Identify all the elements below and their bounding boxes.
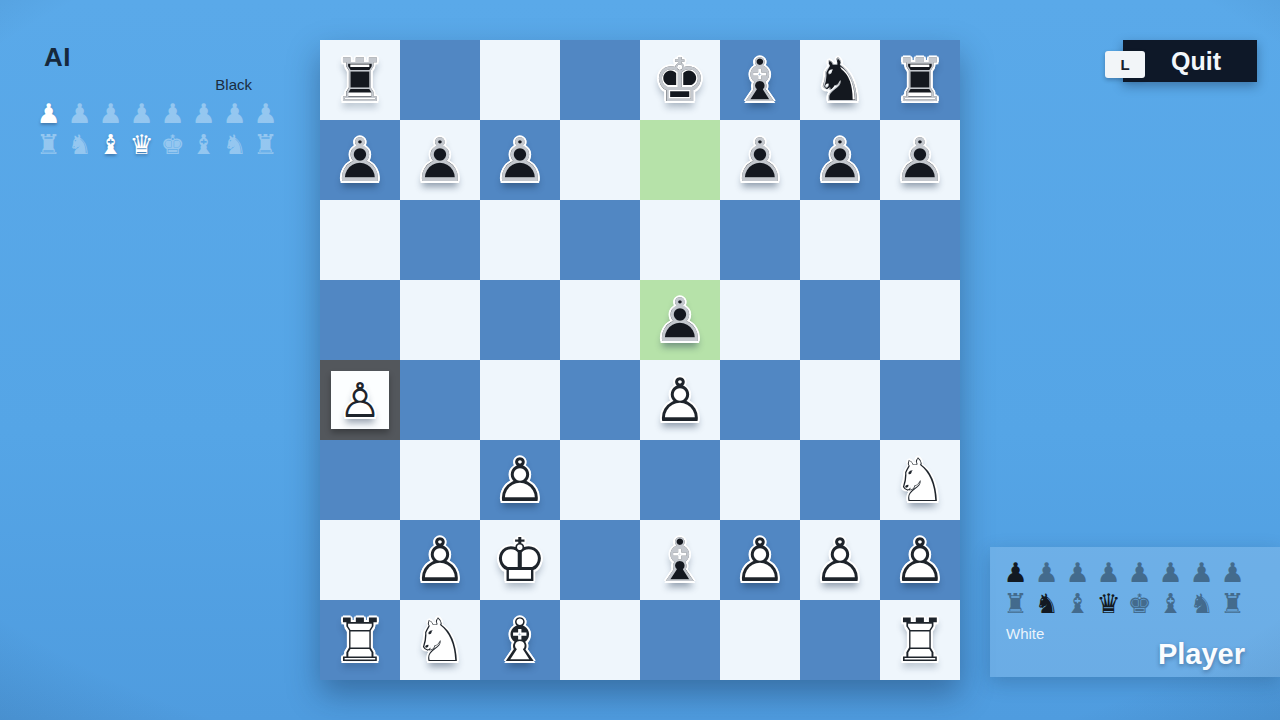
square-d6[interactable]: [560, 200, 640, 280]
black-pawn-tray-icon: ♟: [1062, 557, 1093, 588]
black-pawn-tray-icon: ♟: [1031, 557, 1062, 588]
square-f4[interactable]: [720, 360, 800, 440]
black-knight-tray-icon: ♞: [1186, 588, 1217, 619]
white-pawn-tray-icon: ♟: [219, 98, 250, 129]
square-h5[interactable]: [880, 280, 960, 360]
tray-row: ♜♞♝♛♚♝♞♜: [1000, 588, 1248, 619]
white-pawn: ♟♙: [720, 520, 800, 600]
square-b6[interactable]: [400, 200, 480, 280]
square-e8[interactable]: ♚♔: [640, 40, 720, 120]
player-name: Player: [1158, 638, 1245, 671]
black-rook-tray-icon: ♜: [1000, 588, 1031, 619]
white-pawn: ♟♙: [320, 360, 400, 440]
white-rook-tray-icon: ♜: [250, 129, 281, 160]
tray-row: ♜♞♝♛♚♝♞♜: [33, 129, 281, 160]
black-pawn-tray-icon: ♟: [1217, 557, 1248, 588]
square-g2[interactable]: ♟♙: [800, 520, 880, 600]
square-b1[interactable]: ♞♘: [400, 600, 480, 680]
black-pawn-tray-icon: ♟: [1000, 557, 1031, 588]
square-f2[interactable]: ♟♙: [720, 520, 800, 600]
square-f3[interactable]: [720, 440, 800, 520]
square-h8[interactable]: ♜♖: [880, 40, 960, 120]
square-f7[interactable]: ♟♙: [720, 120, 800, 200]
square-e5[interactable]: ♟♙: [640, 280, 720, 360]
square-b5[interactable]: [400, 280, 480, 360]
white-pawn: ♟♙: [880, 520, 960, 600]
square-h2[interactable]: ♟♙: [880, 520, 960, 600]
white-pawn: ♟♙: [400, 520, 480, 600]
white-queen-tray-icon: ♛: [126, 129, 157, 160]
square-e1[interactable]: [640, 600, 720, 680]
tray-row: ♟♟♟♟♟♟♟♟: [1000, 557, 1248, 588]
square-g7[interactable]: ♟♙: [800, 120, 880, 200]
black-pawn: ♟♙: [640, 280, 720, 360]
white-pawn-tray-icon: ♟: [126, 98, 157, 129]
square-d4[interactable]: [560, 360, 640, 440]
square-b8[interactable]: [400, 40, 480, 120]
square-a2[interactable]: [320, 520, 400, 600]
black-rook-tray-icon: ♜: [1217, 588, 1248, 619]
white-pawn-tray-icon: ♟: [64, 98, 95, 129]
square-f1[interactable]: [720, 600, 800, 680]
square-h4[interactable]: [880, 360, 960, 440]
square-a4[interactable]: ♟♙: [320, 360, 400, 440]
square-c4[interactable]: [480, 360, 560, 440]
white-pawn-tray-icon: ♟: [188, 98, 219, 129]
square-h6[interactable]: [880, 200, 960, 280]
square-a8[interactable]: ♜♖: [320, 40, 400, 120]
square-c8[interactable]: [480, 40, 560, 120]
quit-label: Quit: [1171, 40, 1251, 82]
square-e3[interactable]: [640, 440, 720, 520]
white-pawn: ♟♙: [480, 440, 560, 520]
square-g3[interactable]: [800, 440, 880, 520]
white-knight: ♞♘: [880, 440, 960, 520]
square-g1[interactable]: [800, 600, 880, 680]
square-a3[interactable]: [320, 440, 400, 520]
chess-board: ♜♖♚♔♝♗♞♘♜♖♟♙♟♙♟♙♟♙♟♙♟♙♟♙♟♙♟♙♟♙♞♘♟♙♚♔♝♗♟♙…: [320, 40, 960, 680]
opponent-side-label: Black: [146, 76, 252, 93]
square-b4[interactable]: [400, 360, 480, 440]
black-knight-tray-icon: ♞: [1031, 588, 1062, 619]
white-knight-tray-icon: ♞: [219, 129, 250, 160]
square-c7[interactable]: ♟♙: [480, 120, 560, 200]
black-queen-tray-icon: ♛: [1093, 588, 1124, 619]
square-b7[interactable]: ♟♙: [400, 120, 480, 200]
square-h3[interactable]: ♞♘: [880, 440, 960, 520]
square-e2[interactable]: ♝♗: [640, 520, 720, 600]
square-c5[interactable]: [480, 280, 560, 360]
square-c1[interactable]: ♝♗: [480, 600, 560, 680]
app-background: AI Black ♟♟♟♟♟♟♟♟♜♞♝♛♚♝♞♜ L Quit ♜♖♚♔♝♗♞…: [0, 0, 1280, 720]
square-a7[interactable]: ♟♙: [320, 120, 400, 200]
black-rook: ♜♖: [320, 40, 400, 120]
white-pawn-tray-icon: ♟: [33, 98, 64, 129]
captured-tray-white-pieces: ♟♟♟♟♟♟♟♟♜♞♝♛♚♝♞♜: [33, 98, 281, 160]
black-pawn: ♟♙: [320, 120, 400, 200]
square-e4[interactable]: ♟♙: [640, 360, 720, 440]
black-king-tray-icon: ♚: [1124, 588, 1155, 619]
square-f8[interactable]: ♝♗: [720, 40, 800, 120]
white-pawn-tray-icon: ♟: [157, 98, 188, 129]
white-knight: ♞♘: [400, 600, 480, 680]
black-pawn: ♟♙: [800, 120, 880, 200]
square-g8[interactable]: ♞♘: [800, 40, 880, 120]
player-side-label: White: [1006, 625, 1044, 642]
square-b3[interactable]: [400, 440, 480, 520]
white-rook: ♜♖: [320, 600, 400, 680]
black-pawn-tray-icon: ♟: [1155, 557, 1186, 588]
l-key-icon: L: [1105, 51, 1145, 78]
square-h7[interactable]: ♟♙: [880, 120, 960, 200]
white-pawn: ♟♙: [800, 520, 880, 600]
square-g6[interactable]: [800, 200, 880, 280]
black-pawn: ♟♙: [880, 120, 960, 200]
quit-button[interactable]: L Quit: [1123, 40, 1257, 82]
black-pawn: ♟♙: [480, 120, 560, 200]
square-c3[interactable]: ♟♙: [480, 440, 560, 520]
square-d5[interactable]: [560, 280, 640, 360]
white-pawn-tray-icon: ♟: [95, 98, 126, 129]
square-e7[interactable]: [640, 120, 720, 200]
square-e6[interactable]: [640, 200, 720, 280]
square-g5[interactable]: [800, 280, 880, 360]
white-bishop-tray-icon: ♝: [188, 129, 219, 160]
square-h1[interactable]: ♜♖: [880, 600, 960, 680]
square-f5[interactable]: [720, 280, 800, 360]
black-king: ♚♔: [640, 40, 720, 120]
square-f6[interactable]: [720, 200, 800, 280]
white-king-tray-icon: ♚: [157, 129, 188, 160]
square-a1[interactable]: ♜♖: [320, 600, 400, 680]
square-a5[interactable]: [320, 280, 400, 360]
black-bishop: ♝♗: [640, 520, 720, 600]
white-pawn-tray-icon: ♟: [250, 98, 281, 129]
black-bishop: ♝♗: [720, 40, 800, 120]
square-c6[interactable]: [480, 200, 560, 280]
black-bishop-tray-icon: ♝: [1155, 588, 1186, 619]
square-d3[interactable]: [560, 440, 640, 520]
black-pawn-tray-icon: ♟: [1124, 557, 1155, 588]
white-knight-tray-icon: ♞: [64, 129, 95, 160]
square-d7[interactable]: [560, 120, 640, 200]
white-bishop: ♝♗: [480, 600, 560, 680]
white-bishop-tray-icon: ♝: [95, 129, 126, 160]
square-d1[interactable]: [560, 600, 640, 680]
square-b2[interactable]: ♟♙: [400, 520, 480, 600]
black-knight: ♞♘: [800, 40, 880, 120]
black-rook: ♜♖: [880, 40, 960, 120]
white-king: ♚♔: [480, 520, 560, 600]
black-pawn: ♟♙: [720, 120, 800, 200]
square-c2[interactable]: ♚♔: [480, 520, 560, 600]
tray-row: ♟♟♟♟♟♟♟♟: [33, 98, 281, 129]
square-a6[interactable]: [320, 200, 400, 280]
white-rook-tray-icon: ♜: [33, 129, 64, 160]
black-pawn: ♟♙: [400, 120, 480, 200]
white-rook: ♜♖: [880, 600, 960, 680]
black-bishop-tray-icon: ♝: [1062, 588, 1093, 619]
captured-tray-black-pieces: ♟♟♟♟♟♟♟♟♜♞♝♛♚♝♞♜: [1000, 557, 1248, 619]
square-d2[interactable]: [560, 520, 640, 600]
square-d8[interactable]: [560, 40, 640, 120]
white-pawn: ♟♙: [640, 360, 720, 440]
black-pawn-tray-icon: ♟: [1093, 557, 1124, 588]
square-g4[interactable]: [800, 360, 880, 440]
black-pawn-tray-icon: ♟: [1186, 557, 1217, 588]
opponent-name: AI: [44, 42, 71, 73]
